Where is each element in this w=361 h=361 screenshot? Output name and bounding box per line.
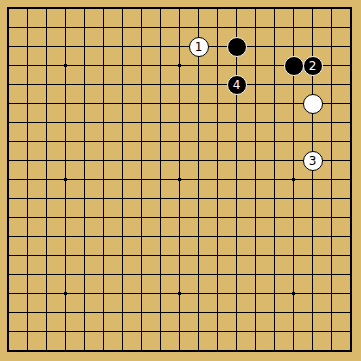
move-number-label: 4: [233, 79, 241, 91]
go-stone-white-R11: 3: [303, 151, 323, 171]
star-point: [64, 178, 67, 181]
go-board: 1423: [0, 0, 361, 361]
go-stone-white-R14: [303, 94, 323, 114]
go-stone-black-N17: [227, 37, 247, 57]
move-number-label: 1: [195, 41, 203, 53]
go-stone-black-R16: 2: [303, 56, 323, 76]
go-stone-white-L17: 1: [189, 37, 209, 57]
star-point: [292, 292, 295, 295]
move-number-label: 3: [309, 155, 317, 167]
star-point: [64, 64, 67, 67]
star-point: [178, 178, 181, 181]
go-stone-black-Q16: [284, 56, 304, 76]
star-point: [178, 64, 181, 67]
star-point: [178, 292, 181, 295]
go-stone-black-N15: 4: [227, 75, 247, 95]
star-point: [64, 292, 67, 295]
star-point: [292, 178, 295, 181]
move-number-label: 2: [309, 60, 317, 72]
